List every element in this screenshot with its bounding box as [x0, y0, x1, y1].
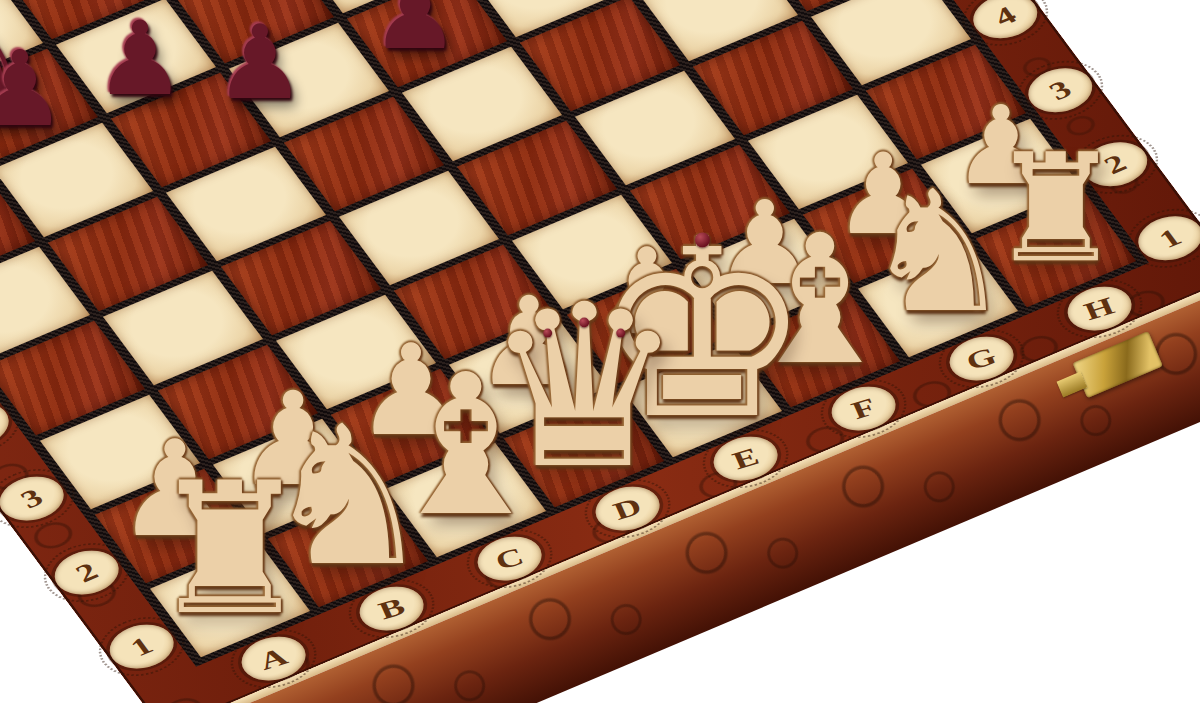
rank-label-right-4-text: 4	[989, 2, 1021, 30]
piece-black-pawn-e7[interactable]: ♟	[371, 0, 460, 64]
piece-white-rook-a1[interactable]: ♜	[149, 458, 312, 639]
red-finial	[695, 233, 710, 248]
rank-label-right-1: 1	[1128, 208, 1200, 269]
rank-label-right-1-text: 1	[1154, 224, 1186, 252]
red-finial	[616, 328, 625, 337]
piece-black-pawn-b7[interactable]: ♟	[0, 37, 67, 141]
rank-label-left-3: 3	[0, 468, 74, 529]
rank-label-right-4: 4	[963, 0, 1048, 47]
piece-black-pawn-d7[interactable]: ♟	[214, 12, 306, 114]
file-label-h-text: H	[1081, 293, 1119, 324]
rank-label-left-3-text: 3	[16, 485, 48, 513]
piece-black-pawn-c7[interactable]: ♟	[94, 8, 186, 110]
rank-label-left-2-text: 2	[71, 559, 103, 587]
red-finial	[579, 317, 589, 327]
scene: ABCDEFGH1122334455667788 ♞♟♟♟♟♟♟♟♟♟♟♟♟♜♞…	[0, 0, 1200, 703]
